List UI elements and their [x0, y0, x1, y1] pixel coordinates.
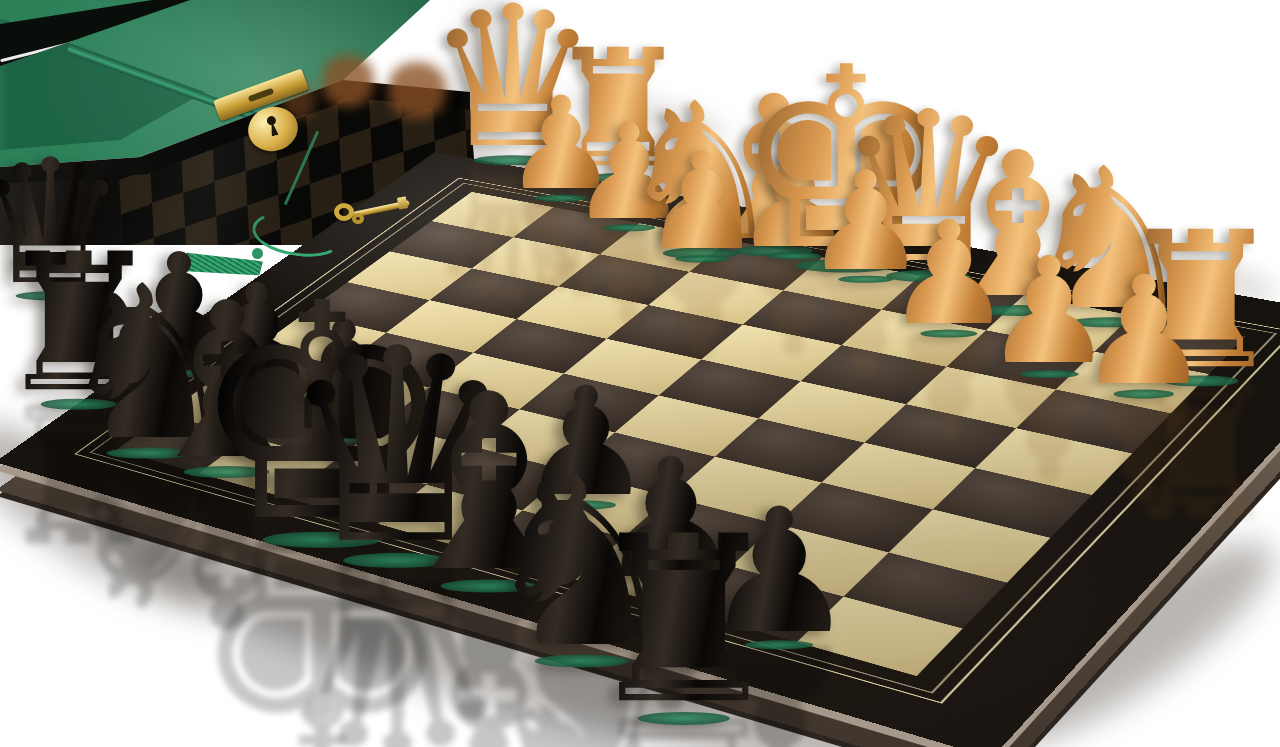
key-bow [334, 203, 354, 221]
ebony-rook-2[interactable]: ♜ [581, 506, 787, 736]
key-bow-inner [352, 213, 364, 224]
tan-pawn-8[interactable]: ♟ [1077, 256, 1211, 406]
latch-slot [248, 88, 274, 103]
keyhole-icon [266, 115, 277, 126]
piece-reflection-in-lacquer [322, 55, 374, 107]
chess-set-photo: ♛♜♟♟♟♟♟♟♟♜♟♜♞♝♚♛♝♟♟♞♜ ♛♜♟♟♝♞♟♟♚♛♟♛♝♞♟♟♟♜… [0, 0, 1280, 747]
